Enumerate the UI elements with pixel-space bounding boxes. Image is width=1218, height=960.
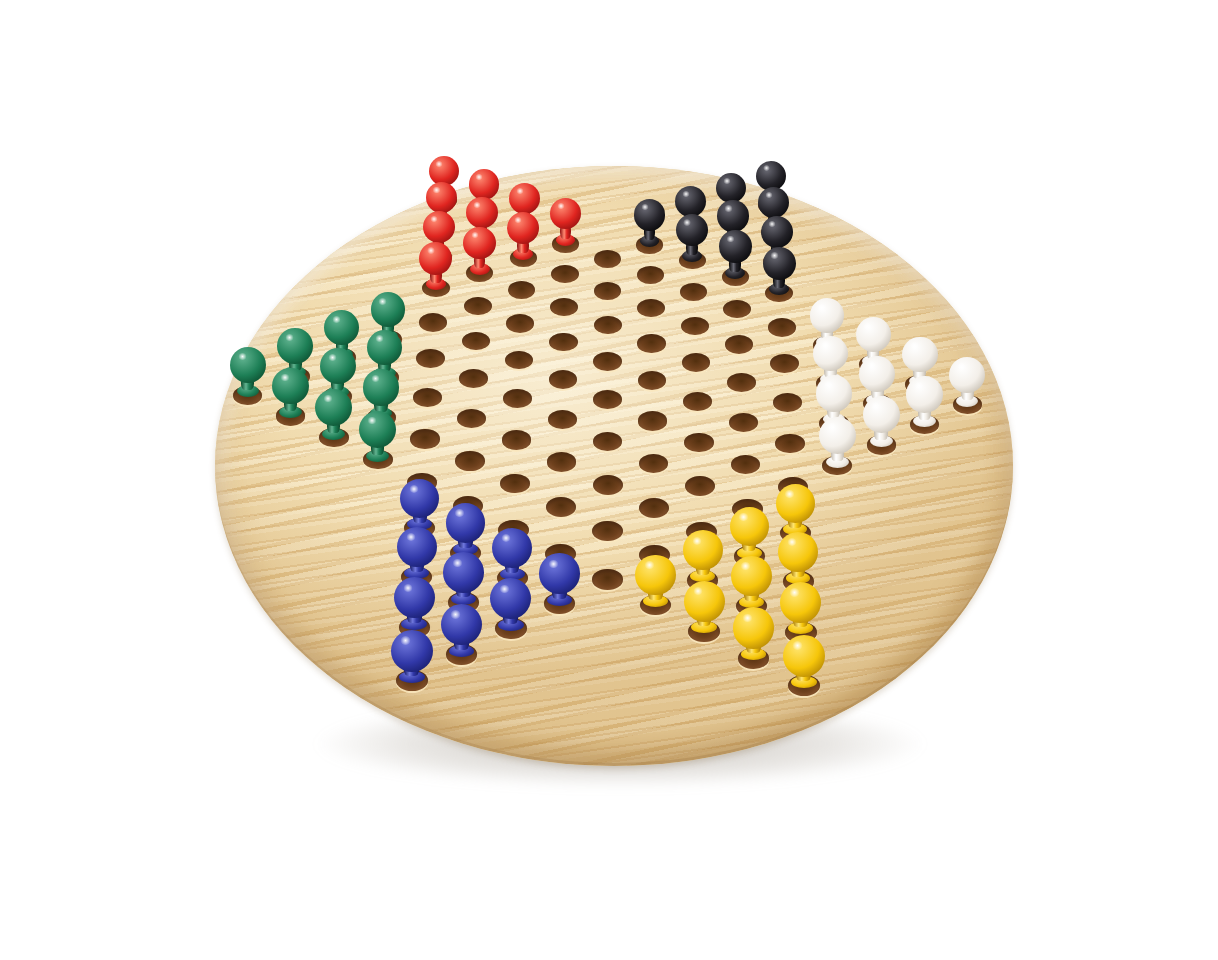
hole-r4c6[interactable] [773,393,802,412]
hole-r10c2[interactable] [508,281,536,299]
hole-r11c3[interactable] [464,297,492,315]
hole-r10c5[interactable] [503,389,532,408]
peg-ball [441,604,483,646]
hole-r6c5[interactable] [683,392,712,411]
hole-r8c6[interactable] [593,475,623,495]
peg-blue-r12c12[interactable] [380,601,444,697]
hole-r9c5[interactable] [548,410,577,429]
hole-r10c3[interactable] [506,314,534,333]
peg-ball [391,630,433,672]
hole-r12c7[interactable] [410,429,440,449]
hole-r8c4[interactable] [593,390,622,409]
peg-ball [359,411,397,449]
hole-r8c7[interactable] [592,521,623,541]
hole-r12c4[interactable] [419,313,447,332]
hole-grid [0,0,1218,960]
hole-r9c7[interactable] [546,497,576,517]
peg-ball [507,212,539,244]
peg-ball [684,581,725,622]
peg-ball [763,247,796,280]
hole-r4c7[interactable] [775,434,805,454]
peg-ball [819,417,857,455]
hole-r9c2[interactable] [550,298,578,316]
peg-ball [419,242,452,275]
hole-r10c4[interactable] [505,351,534,370]
hole-r11c4[interactable] [462,332,490,351]
hole-r5c5[interactable] [727,373,756,392]
hole-r8c3[interactable] [593,352,622,371]
hole-r8c2[interactable] [594,316,622,335]
hole-r5c4[interactable] [725,335,753,354]
hole-r11c5[interactable] [459,369,488,388]
peg-ball [783,635,825,677]
hole-r9c1[interactable] [551,265,578,283]
hole-r5c6[interactable] [729,413,758,432]
hole-r7c5[interactable] [638,411,667,430]
hole-r11c6[interactable] [457,409,486,428]
hole-r6c7[interactable] [685,476,715,496]
hole-r9c6[interactable] [547,452,577,472]
peg-ball [635,555,676,596]
hole-r12c6[interactable] [413,388,442,407]
hole-r11c7[interactable] [455,451,485,471]
hole-r12c5[interactable] [416,349,445,368]
hole-r7c4[interactable] [638,371,667,390]
hole-r6c6[interactable] [684,433,714,453]
hole-r4c4[interactable] [768,318,796,337]
hole-r8c5[interactable] [593,432,623,452]
hole-r6c4[interactable] [682,353,711,372]
hole-r10c6[interactable] [502,430,532,450]
product-photo-stage [0,0,1218,960]
hole-r7c7[interactable] [639,498,669,518]
peg-ball [463,227,496,260]
hole-r5c7[interactable] [731,455,761,475]
hole-r7c3[interactable] [637,334,665,353]
hole-r9c4[interactable] [549,370,578,389]
hole-r8c8[interactable] [592,569,623,590]
hole-r7c6[interactable] [639,454,669,474]
hole-r7c2[interactable] [637,299,665,317]
peg-ball [490,578,531,619]
peg-ball [733,607,775,649]
hole-r8c1[interactable] [594,282,622,300]
peg-ball [539,553,580,594]
hole-r6c3[interactable] [681,317,709,336]
hole-r10c7[interactable] [500,474,530,494]
hole-r9c3[interactable] [549,333,577,352]
peg-yellow-r4c12[interactable] [772,606,836,702]
